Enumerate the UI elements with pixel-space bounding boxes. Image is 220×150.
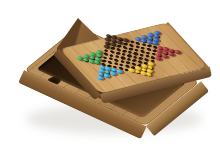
hole-r5c3 (103, 52, 109, 55)
hole-r5c7 (129, 44, 135, 47)
hole-r8c7 (146, 48, 152, 51)
hole-r5c4 (109, 50, 115, 53)
hole-r8c3 (120, 56, 126, 59)
hole-r8c6 (140, 50, 146, 53)
hole-r8c1 (107, 61, 113, 64)
hole-r5c8 (135, 42, 141, 45)
product-photo (0, 0, 220, 150)
hole-r8c4 (127, 54, 133, 57)
hole-r8c5 (133, 52, 139, 55)
hole-r8c2 (114, 59, 120, 62)
hole-r11c4 (125, 65, 131, 68)
peg-m-r12c12 (174, 49, 182, 54)
